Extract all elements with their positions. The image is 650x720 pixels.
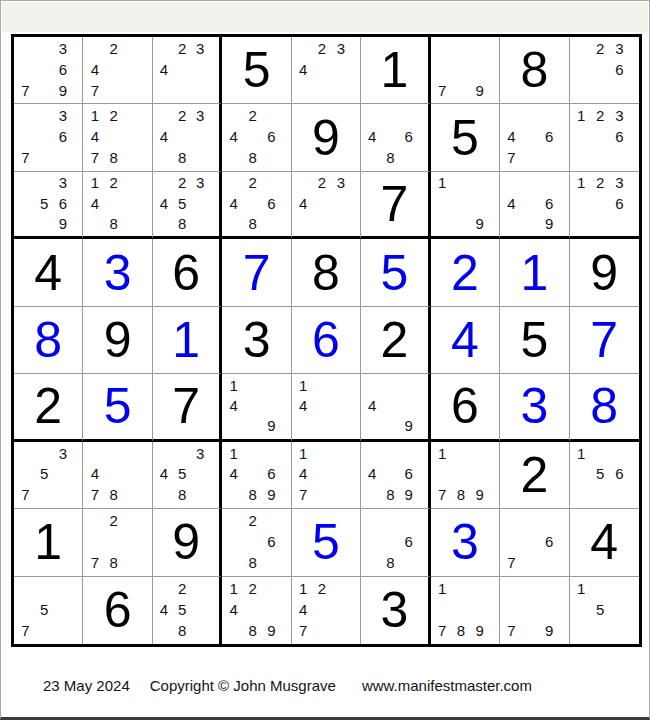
pencil-marks: 357 [16, 443, 72, 505]
cell-r8c5[interactable]: 5 [292, 509, 361, 576]
cell-r4c2[interactable]: 3 [83, 239, 152, 306]
pencil-mark: 8 [243, 552, 262, 573]
cell-r5c3[interactable]: 1 [153, 307, 222, 374]
cell-r6c4[interactable]: 149 [222, 374, 291, 441]
pencil-marks: 1789 [433, 443, 489, 505]
pencil-mark: 4 [85, 126, 104, 147]
pencil-mark: 8 [173, 620, 191, 641]
pencil-mark: 5 [35, 599, 54, 620]
sudoku-board: 3679247234523417982363671247823482468946… [11, 34, 642, 647]
pencil-mark: 7 [16, 484, 35, 505]
cell-r4c5[interactable]: 8 [292, 239, 361, 306]
pencil-mark: 7 [433, 484, 452, 505]
cell-r4c3[interactable]: 6 [153, 239, 222, 306]
cell-value: 1 [14, 509, 82, 575]
pencil-mark: 9 [470, 80, 489, 101]
pencil-mark: 5 [173, 193, 191, 213]
cell-r9c2[interactable]: 6 [83, 577, 152, 644]
cell-r3c6[interactable]: 7 [361, 172, 430, 239]
pencil-mark: 3 [610, 173, 629, 193]
pencil-mark: 1 [224, 443, 243, 464]
pencil-mark: 1 [224, 578, 243, 599]
cell-r5c2[interactable]: 9 [83, 307, 152, 374]
cell-value: 3 [431, 509, 499, 575]
cell-r4c4[interactable]: 7 [222, 239, 291, 306]
pencil-marks: 14 [294, 375, 350, 435]
cell-r9c6[interactable]: 3 [361, 577, 430, 644]
pencil-mark: 6 [400, 126, 418, 147]
cell-r4c7[interactable]: 2 [431, 239, 500, 306]
cell-value: 5 [431, 104, 499, 170]
pencil-mark: 7 [433, 620, 452, 641]
cell-r8c1[interactable]: 1 [14, 509, 83, 576]
pencil-marks: 247 [85, 38, 141, 100]
pencil-mark: 9 [540, 620, 559, 641]
pencil-marks: 1236 [572, 173, 629, 233]
cell-r6c2[interactable]: 5 [83, 374, 152, 441]
cell-value: 6 [153, 239, 219, 305]
cell-value: 5 [83, 374, 151, 438]
cell-r1c6[interactable]: 1 [361, 37, 430, 104]
cell-value: 1 [361, 37, 427, 103]
cell-r2c7[interactable]: 5 [431, 104, 500, 171]
pencil-marks: 19 [433, 173, 489, 233]
cell-value: 9 [153, 509, 219, 575]
pencil-mark: 2 [591, 173, 610, 193]
pencil-mark: 6 [262, 126, 281, 147]
pencil-mark: 1 [294, 375, 313, 395]
cell-r8c2[interactable]: 278 [83, 509, 152, 576]
cell-r5c6[interactable]: 2 [361, 307, 430, 374]
cell-value: 3 [222, 307, 290, 373]
pencil-mark: 2 [243, 510, 262, 531]
cell-r3c1[interactable]: 3569 [14, 172, 83, 239]
pencil-mark: 9 [400, 484, 418, 505]
pencil-marks: 467 [502, 105, 558, 167]
pencil-mark: 2 [591, 38, 610, 59]
pencil-marks: 79 [433, 38, 489, 100]
cell-r1c4[interactable]: 5 [222, 37, 291, 104]
pencil-mark: 4 [294, 395, 313, 415]
pencil-marks: 49 [363, 375, 417, 435]
cell-r9c9[interactable]: 15 [570, 577, 639, 644]
cell-r7c5[interactable]: 147 [292, 442, 361, 509]
cell-r7c7[interactable]: 1789 [431, 442, 500, 509]
pencil-mark: 5 [173, 599, 191, 620]
cell-r7c2[interactable]: 478 [83, 442, 152, 509]
footer-copyright: Copyright © John Musgrave [150, 677, 336, 694]
pencil-mark: 9 [470, 620, 489, 641]
pencil-mark: 2 [591, 105, 610, 126]
top-band [2, 2, 648, 32]
cell-r1c7[interactable]: 79 [431, 37, 500, 104]
pencil-marks: 469 [502, 173, 558, 233]
pencil-mark: 3 [331, 173, 350, 193]
pencil-mark: 8 [381, 147, 399, 168]
pencil-mark: 2 [243, 578, 262, 599]
pencil-mark: 2 [104, 38, 123, 59]
pencil-mark: 1 [294, 443, 313, 464]
cell-r5c4[interactable]: 3 [222, 307, 291, 374]
pencil-mark: 1 [433, 443, 452, 464]
pencil-mark: 8 [173, 147, 191, 168]
pencil-marks: 68 [363, 510, 417, 572]
pencil-mark: 6 [610, 59, 629, 80]
cell-r6c9[interactable]: 8 [570, 374, 639, 441]
pencil-mark: 4 [224, 126, 243, 147]
footer-date: 23 May 2024 [43, 677, 130, 694]
cell-r8c3[interactable]: 9 [153, 509, 222, 576]
pencil-marks: 79 [502, 578, 558, 641]
pencil-mark: 5 [35, 193, 54, 213]
pencil-mark: 1 [572, 443, 591, 464]
pencil-mark: 3 [54, 105, 73, 126]
cell-value: 8 [14, 307, 82, 373]
pencil-mark: 6 [540, 531, 559, 552]
pencil-mark: 2 [313, 38, 332, 59]
pencil-mark: 1 [572, 578, 591, 599]
cell-r8c4[interactable]: 268 [222, 509, 291, 576]
cell-value: 5 [222, 37, 290, 103]
cell-r8c9[interactable]: 4 [570, 509, 639, 576]
cell-r9c7[interactable]: 1789 [431, 577, 500, 644]
pencil-mark: 8 [381, 552, 399, 573]
cell-r9c5[interactable]: 1247 [292, 577, 361, 644]
footer: 23 May 2024 Copyright © John Musgrave ww… [43, 677, 532, 694]
pencil-mark: 4 [155, 463, 173, 484]
pencil-mark: 7 [433, 80, 452, 101]
pencil-mark: 7 [294, 484, 313, 505]
pencil-mark: 8 [381, 484, 399, 505]
pencil-mark: 8 [243, 484, 262, 505]
cell-r3c7[interactable]: 19 [431, 172, 500, 239]
pencil-mark: 2 [243, 173, 262, 193]
cell-r7c3[interactable]: 3458 [153, 442, 222, 509]
pencil-marks: 478 [85, 443, 141, 505]
cell-value: 3 [361, 577, 427, 644]
pencil-mark: 9 [470, 484, 489, 505]
cell-r3c5[interactable]: 234 [292, 172, 361, 239]
cell-value: 7 [222, 239, 290, 305]
cell-r4c8[interactable]: 1 [500, 239, 569, 306]
cell-r1c1[interactable]: 3679 [14, 37, 83, 104]
pencil-mark: 7 [502, 620, 521, 641]
cell-r3c9[interactable]: 1236 [570, 172, 639, 239]
pencil-mark: 1 [85, 173, 104, 193]
pencil-mark: 6 [540, 193, 559, 213]
pencil-mark: 5 [35, 463, 54, 484]
pencil-mark: 6 [400, 531, 418, 552]
pencil-marks: 23458 [155, 173, 209, 233]
pencil-mark: 4 [224, 463, 243, 484]
pencil-mark: 9 [400, 416, 418, 436]
cell-r8c6[interactable]: 68 [361, 509, 430, 576]
pencil-marks: 278 [85, 510, 141, 572]
cell-r3c2[interactable]: 1248 [83, 172, 152, 239]
cell-r5c8[interactable]: 5 [500, 307, 569, 374]
pencil-mark: 7 [85, 552, 104, 573]
cell-value: 2 [361, 307, 427, 373]
cell-value: 2 [14, 374, 82, 438]
cell-value: 1 [500, 239, 568, 305]
pencil-mark: 8 [173, 484, 191, 505]
pencil-mark: 7 [16, 80, 35, 101]
pencil-mark: 9 [262, 416, 281, 436]
cell-r5c5[interactable]: 6 [292, 307, 361, 374]
pencil-mark: 6 [262, 193, 281, 213]
cell-value: 7 [153, 374, 219, 438]
pencil-mark: 4 [85, 193, 104, 213]
pencil-mark: 6 [400, 463, 418, 484]
pencil-marks: 234 [294, 173, 350, 233]
pencil-mark: 3 [191, 173, 209, 193]
cell-value: 9 [83, 307, 151, 373]
pencil-mark: 1 [294, 578, 313, 599]
pencil-marks: 367 [16, 105, 72, 167]
pencil-marks: 2468 [224, 173, 280, 233]
cell-r5c7[interactable]: 4 [431, 307, 500, 374]
cell-value: 5 [292, 509, 360, 575]
cell-value: 9 [570, 239, 639, 305]
cell-r3c4[interactable]: 2468 [222, 172, 291, 239]
pencil-mark: 3 [191, 38, 209, 59]
cell-r2c1[interactable]: 367 [14, 104, 83, 171]
pencil-mark: 2 [173, 38, 191, 59]
cell-r4c9[interactable]: 9 [570, 239, 639, 306]
cell-value: 7 [361, 172, 427, 236]
cell-value: 2 [431, 239, 499, 305]
cell-value: 4 [431, 307, 499, 373]
cell-r6c7[interactable]: 6 [431, 374, 500, 441]
cell-value: 6 [292, 307, 360, 373]
pencil-marks: 1248 [85, 173, 141, 233]
pencil-mark: 2 [173, 578, 191, 599]
pencil-mark: 6 [262, 463, 281, 484]
pencil-mark: 6 [54, 193, 73, 213]
cell-r6c5[interactable]: 14 [292, 374, 361, 441]
pencil-mark: 8 [243, 213, 262, 233]
cell-value: 8 [570, 374, 639, 438]
pencil-marks: 12489 [224, 578, 280, 641]
cell-r4c6[interactable]: 5 [361, 239, 430, 306]
pencil-mark: 2 [243, 105, 262, 126]
pencil-mark: 9 [54, 80, 73, 101]
cell-r2c6[interactable]: 468 [361, 104, 430, 171]
cell-r9c4[interactable]: 12489 [222, 577, 291, 644]
pencil-marks: 57 [16, 578, 72, 641]
pencil-mark: 4 [155, 59, 173, 80]
pencil-marks: 67 [502, 510, 558, 572]
pencil-mark: 7 [294, 620, 313, 641]
cell-r5c9[interactable]: 7 [570, 307, 639, 374]
pencil-mark: 2 [173, 105, 191, 126]
cell-value: 3 [500, 374, 568, 438]
pencil-mark: 4 [363, 126, 381, 147]
pencil-mark: 9 [540, 213, 559, 233]
pencil-mark: 7 [85, 484, 104, 505]
cell-value: 5 [361, 239, 427, 305]
cell-r3c3[interactable]: 23458 [153, 172, 222, 239]
cell-r4c1[interactable]: 4 [14, 239, 83, 306]
cell-r2c8[interactable]: 467 [500, 104, 569, 171]
cell-r8c7[interactable]: 3 [431, 509, 500, 576]
pencil-mark: 2 [104, 173, 123, 193]
pencil-mark: 4 [224, 193, 243, 213]
page-frame: 3679247234523417982363671247823482468946… [0, 0, 650, 720]
cell-value: 1 [153, 307, 219, 373]
pencil-mark: 1 [572, 173, 591, 193]
pencil-mark: 4 [85, 59, 104, 80]
pencil-marks: 234 [155, 38, 209, 100]
pencil-mark: 5 [591, 463, 610, 484]
cell-r9c8[interactable]: 79 [500, 577, 569, 644]
pencil-mark: 8 [451, 620, 470, 641]
cell-r1c9[interactable]: 236 [570, 37, 639, 104]
cell-r3c8[interactable]: 469 [500, 172, 569, 239]
pencil-mark: 2 [173, 173, 191, 193]
cell-value: 3 [83, 239, 151, 305]
cell-r2c9[interactable]: 1236 [570, 104, 639, 171]
cell-r7c9[interactable]: 156 [570, 442, 639, 509]
pencil-mark: 9 [262, 484, 281, 505]
cell-r6c6[interactable]: 49 [361, 374, 430, 441]
cell-value: 6 [431, 374, 499, 438]
pencil-mark: 4 [155, 126, 173, 147]
pencil-mark: 6 [610, 126, 629, 147]
pencil-mark: 8 [104, 484, 123, 505]
pencil-mark: 6 [610, 463, 629, 484]
pencil-marks: 3679 [16, 38, 72, 100]
pencil-mark: 4 [294, 193, 313, 213]
pencil-mark: 1 [572, 105, 591, 126]
cell-r2c3[interactable]: 2348 [153, 104, 222, 171]
pencil-marks: 236 [572, 38, 629, 100]
pencil-mark: 2 [104, 510, 123, 531]
cell-value: 9 [292, 104, 360, 170]
pencil-marks: 147 [294, 443, 350, 505]
pencil-mark: 3 [54, 173, 73, 193]
cell-value: 8 [292, 239, 360, 305]
pencil-mark: 8 [451, 484, 470, 505]
pencil-mark: 4 [294, 463, 313, 484]
pencil-mark: 3 [54, 38, 73, 59]
cell-value: 4 [570, 509, 639, 575]
pencil-marks: 4689 [363, 443, 417, 505]
pencil-mark: 7 [502, 552, 521, 573]
pencil-mark: 4 [502, 126, 521, 147]
pencil-marks: 2348 [155, 105, 209, 167]
cell-r6c3[interactable]: 7 [153, 374, 222, 441]
pencil-mark: 6 [54, 59, 73, 80]
pencil-mark: 4 [224, 395, 243, 415]
pencil-marks: 3458 [155, 443, 209, 505]
pencil-mark: 7 [16, 147, 35, 168]
cell-value: 2 [500, 442, 568, 508]
cell-r8c8[interactable]: 67 [500, 509, 569, 576]
pencil-mark: 8 [104, 552, 123, 573]
cell-r2c4[interactable]: 2468 [222, 104, 291, 171]
pencil-mark: 7 [85, 147, 104, 168]
pencil-mark: 2 [313, 578, 332, 599]
pencil-mark: 1 [85, 105, 104, 126]
pencil-mark: 8 [243, 620, 262, 641]
pencil-mark: 3 [191, 443, 209, 464]
pencil-mark: 2 [104, 105, 123, 126]
cell-r7c1[interactable]: 357 [14, 442, 83, 509]
pencil-mark: 6 [54, 126, 73, 147]
pencil-mark: 4 [155, 599, 173, 620]
pencil-mark: 8 [104, 147, 123, 168]
cell-r7c8[interactable]: 2 [500, 442, 569, 509]
cell-r2c5[interactable]: 9 [292, 104, 361, 171]
pencil-mark: 7 [502, 147, 521, 168]
cell-r2c2[interactable]: 12478 [83, 104, 152, 171]
cell-r1c3[interactable]: 234 [153, 37, 222, 104]
cell-r1c8[interactable]: 8 [500, 37, 569, 104]
cell-r1c5[interactable]: 234 [292, 37, 361, 104]
cell-r7c6[interactable]: 4689 [361, 442, 430, 509]
pencil-marks: 1789 [433, 578, 489, 641]
cell-r6c1[interactable]: 2 [14, 374, 83, 441]
pencil-mark: 4 [224, 599, 243, 620]
pencil-mark: 5 [173, 463, 191, 484]
pencil-mark: 1 [433, 173, 452, 193]
pencil-mark: 4 [155, 193, 173, 213]
pencil-mark: 3 [610, 38, 629, 59]
pencil-mark: 4 [363, 395, 381, 415]
pencil-mark: 9 [54, 213, 73, 233]
pencil-mark: 7 [16, 620, 35, 641]
pencil-marks: 12478 [85, 105, 141, 167]
pencil-mark: 1 [224, 375, 243, 395]
pencil-mark: 8 [104, 213, 123, 233]
cell-r6c8[interactable]: 3 [500, 374, 569, 441]
pencil-mark: 1 [433, 578, 452, 599]
pencil-marks: 1247 [294, 578, 350, 641]
cell-r7c4[interactable]: 14689 [222, 442, 291, 509]
pencil-mark: 7 [85, 80, 104, 101]
pencil-marks: 14689 [224, 443, 280, 505]
pencil-mark: 3 [191, 105, 209, 126]
cell-r1c2[interactable]: 247 [83, 37, 152, 104]
pencil-mark: 8 [243, 147, 262, 168]
pencil-mark: 5 [591, 599, 610, 620]
cell-r9c3[interactable]: 2458 [153, 577, 222, 644]
pencil-marks: 2468 [224, 105, 280, 167]
pencil-marks: 149 [224, 375, 280, 435]
pencil-mark: 4 [85, 463, 104, 484]
cell-r9c1[interactable]: 57 [14, 577, 83, 644]
cell-value: 5 [500, 307, 568, 373]
pencil-mark: 4 [502, 193, 521, 213]
pencil-marks: 268 [224, 510, 280, 572]
pencil-marks: 1236 [572, 105, 629, 167]
cell-value: 6 [83, 577, 151, 644]
pencil-mark: 6 [540, 126, 559, 147]
cell-r5c1[interactable]: 8 [14, 307, 83, 374]
cell-value: 4 [14, 239, 82, 305]
pencil-mark: 4 [294, 599, 313, 620]
pencil-mark: 6 [610, 193, 629, 213]
pencil-marks: 156 [572, 443, 629, 505]
cell-value: 8 [500, 37, 568, 103]
pencil-marks: 234 [294, 38, 350, 100]
footer-site: www.manifestmaster.com [362, 677, 532, 694]
pencil-marks: 15 [572, 578, 629, 641]
pencil-mark: 4 [363, 463, 381, 484]
pencil-marks: 3569 [16, 173, 72, 233]
pencil-mark: 4 [294, 59, 313, 80]
